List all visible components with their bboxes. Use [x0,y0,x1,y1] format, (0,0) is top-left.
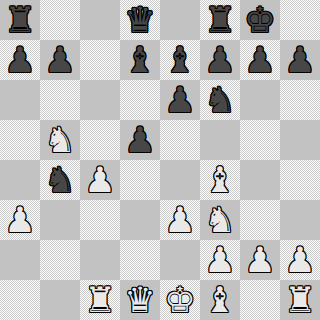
white-rook[interactable]: ♜ [80,280,120,320]
square-e2[interactable] [160,240,200,280]
white-bishop[interactable]: ♝ [200,280,240,320]
square-b6[interactable] [40,80,80,120]
square-a5[interactable] [0,120,40,160]
square-d7[interactable]: ♝ [120,40,160,80]
square-f8[interactable]: ♜ [200,0,240,40]
square-c7[interactable] [80,40,120,80]
black-king[interactable]: ♚ [240,0,280,40]
white-pawn[interactable]: ♟ [160,200,200,240]
white-pawn[interactable]: ♟ [0,200,40,240]
black-pawn[interactable]: ♟ [200,40,240,80]
black-bishop[interactable]: ♝ [120,40,160,80]
chess-board: ♜♛♜♚♟♟♝♝♟♟♟♟♞♞♟♞♟♝♟♟♞♟♟♟♜♛♚♝♜ [0,0,320,320]
square-d2[interactable] [120,240,160,280]
square-c8[interactable] [80,0,120,40]
black-rook[interactable]: ♜ [0,0,40,40]
square-g8[interactable]: ♚ [240,0,280,40]
white-pawn[interactable]: ♟ [80,160,120,200]
square-h4[interactable] [280,160,320,200]
square-g4[interactable] [240,160,280,200]
square-d8[interactable]: ♛ [120,0,160,40]
black-bishop[interactable]: ♝ [160,40,200,80]
black-knight[interactable]: ♞ [200,80,240,120]
square-f6[interactable]: ♞ [200,80,240,120]
square-b3[interactable] [40,200,80,240]
square-f7[interactable]: ♟ [200,40,240,80]
square-c3[interactable] [80,200,120,240]
square-g5[interactable] [240,120,280,160]
white-king[interactable]: ♚ [160,280,200,320]
black-rook[interactable]: ♜ [200,0,240,40]
square-c6[interactable] [80,80,120,120]
square-a3[interactable]: ♟ [0,200,40,240]
square-e8[interactable] [160,0,200,40]
white-pawn[interactable]: ♟ [240,240,280,280]
square-d1[interactable]: ♛ [120,280,160,320]
square-e7[interactable]: ♝ [160,40,200,80]
square-g3[interactable] [240,200,280,240]
black-pawn[interactable]: ♟ [280,40,320,80]
white-knight[interactable]: ♞ [200,200,240,240]
square-c4[interactable]: ♟ [80,160,120,200]
square-e5[interactable] [160,120,200,160]
square-h3[interactable] [280,200,320,240]
square-h5[interactable] [280,120,320,160]
square-h8[interactable] [280,0,320,40]
square-h6[interactable] [280,80,320,120]
square-b5[interactable]: ♞ [40,120,80,160]
square-b7[interactable]: ♟ [40,40,80,80]
square-e6[interactable]: ♟ [160,80,200,120]
white-rook[interactable]: ♜ [280,280,320,320]
square-f1[interactable]: ♝ [200,280,240,320]
black-pawn[interactable]: ♟ [160,80,200,120]
white-pawn[interactable]: ♟ [280,240,320,280]
black-pawn[interactable]: ♟ [0,40,40,80]
square-b1[interactable] [40,280,80,320]
white-queen[interactable]: ♛ [120,280,160,320]
square-f5[interactable] [200,120,240,160]
square-a6[interactable] [0,80,40,120]
square-a4[interactable] [0,160,40,200]
square-h1[interactable]: ♜ [280,280,320,320]
black-pawn[interactable]: ♟ [240,40,280,80]
square-g1[interactable] [240,280,280,320]
square-h2[interactable]: ♟ [280,240,320,280]
square-d4[interactable] [120,160,160,200]
black-pawn[interactable]: ♟ [120,120,160,160]
square-b4[interactable]: ♞ [40,160,80,200]
white-bishop[interactable]: ♝ [200,160,240,200]
square-g6[interactable] [240,80,280,120]
black-pawn[interactable]: ♟ [40,40,80,80]
white-knight[interactable]: ♞ [40,120,80,160]
square-a8[interactable]: ♜ [0,0,40,40]
square-e4[interactable] [160,160,200,200]
square-c1[interactable]: ♜ [80,280,120,320]
black-knight[interactable]: ♞ [40,160,80,200]
square-a7[interactable]: ♟ [0,40,40,80]
square-d6[interactable] [120,80,160,120]
square-e1[interactable]: ♚ [160,280,200,320]
square-f2[interactable]: ♟ [200,240,240,280]
white-pawn[interactable]: ♟ [200,240,240,280]
square-f3[interactable]: ♞ [200,200,240,240]
square-g2[interactable]: ♟ [240,240,280,280]
square-e3[interactable]: ♟ [160,200,200,240]
square-h7[interactable]: ♟ [280,40,320,80]
square-f4[interactable]: ♝ [200,160,240,200]
square-b2[interactable] [40,240,80,280]
square-b8[interactable] [40,0,80,40]
square-d3[interactable] [120,200,160,240]
black-queen[interactable]: ♛ [120,0,160,40]
square-a2[interactable] [0,240,40,280]
square-g7[interactable]: ♟ [240,40,280,80]
square-d5[interactable]: ♟ [120,120,160,160]
square-c5[interactable] [80,120,120,160]
square-a1[interactable] [0,280,40,320]
square-c2[interactable] [80,240,120,280]
